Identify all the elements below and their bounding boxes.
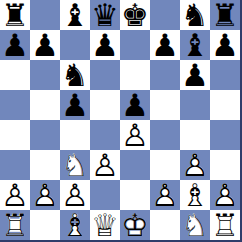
piece-glyph-layer: ♟ — [30, 30, 60, 60]
piece-glyph-layer: ♛ — [90, 0, 120, 30]
square-a6[interactable] — [0, 60, 30, 90]
square-d8[interactable]: ♛ — [90, 0, 120, 30]
piece-outline-layer: ♗ — [180, 180, 210, 210]
piece-white-pawn[interactable]: ♟♙ — [120, 120, 150, 150]
square-a5[interactable] — [0, 90, 30, 120]
piece-outline-layer: ♗ — [60, 210, 90, 240]
square-e3[interactable] — [120, 150, 150, 180]
piece-glyph-layer: ♚ — [120, 0, 150, 30]
square-b7[interactable]: ♟ — [30, 30, 60, 60]
piece-glyph-layer: ♟ — [150, 30, 180, 60]
square-b6[interactable] — [30, 60, 60, 90]
square-h7[interactable]: ♟ — [210, 30, 240, 60]
square-g6[interactable]: ♟ — [180, 60, 210, 90]
square-e8[interactable]: ♚ — [120, 0, 150, 30]
piece-black-bishop[interactable]: ♝ — [60, 0, 90, 30]
piece-glyph-layer: ♝ — [60, 0, 90, 30]
square-h4[interactable] — [210, 120, 240, 150]
square-e7[interactable] — [120, 30, 150, 60]
piece-glyph-layer: ♞ — [180, 0, 210, 30]
square-h5[interactable] — [210, 90, 240, 120]
chess-board: ♜♝♛♚♞♜♟♟♟♟♝♟♞♟♟♟♟♙♞♘♟♙♟♙♟♙♟♙♟♙♟♙♝♗♟♙♜♖♝♗… — [0, 0, 242, 242]
piece-white-rook[interactable]: ♜♖ — [0, 210, 30, 240]
piece-outline-layer: ♔ — [120, 210, 150, 240]
square-f2[interactable]: ♟♙ — [150, 180, 180, 210]
piece-black-pawn[interactable]: ♟ — [180, 60, 210, 90]
square-c2[interactable]: ♟♙ — [60, 180, 90, 210]
square-f6[interactable] — [150, 60, 180, 90]
square-h6[interactable] — [210, 60, 240, 90]
square-h3[interactable] — [210, 150, 240, 180]
square-f7[interactable]: ♟ — [150, 30, 180, 60]
square-d3[interactable]: ♟♙ — [90, 150, 120, 180]
piece-white-queen[interactable]: ♛♕ — [90, 210, 120, 240]
square-c8[interactable]: ♝ — [60, 0, 90, 30]
piece-outline-layer: ♙ — [120, 120, 150, 150]
piece-white-king[interactable]: ♚♔ — [120, 210, 150, 240]
piece-outline-layer: ♙ — [180, 150, 210, 180]
piece-black-knight[interactable]: ♞ — [180, 0, 210, 30]
piece-white-pawn[interactable]: ♟♙ — [60, 180, 90, 210]
piece-white-knight[interactable]: ♞♘ — [180, 210, 210, 240]
piece-black-bishop[interactable]: ♝ — [180, 30, 210, 60]
square-a3[interactable] — [0, 150, 30, 180]
square-c7[interactable] — [60, 30, 90, 60]
piece-black-king[interactable]: ♚ — [120, 0, 150, 30]
piece-white-pawn[interactable]: ♟♙ — [150, 180, 180, 210]
piece-outline-layer: ♕ — [90, 210, 120, 240]
piece-black-pawn[interactable]: ♟ — [60, 90, 90, 120]
piece-outline-layer: ♙ — [150, 180, 180, 210]
square-d7[interactable]: ♟ — [90, 30, 120, 60]
square-f4[interactable] — [150, 120, 180, 150]
square-e4[interactable]: ♟♙ — [120, 120, 150, 150]
square-e1[interactable]: ♚♔ — [120, 210, 150, 240]
square-h2[interactable]: ♟♙ — [210, 180, 240, 210]
piece-black-rook[interactable]: ♜ — [210, 0, 240, 30]
square-c4[interactable] — [60, 120, 90, 150]
piece-white-bishop[interactable]: ♝♗ — [60, 210, 90, 240]
square-e6[interactable] — [120, 60, 150, 90]
square-g1[interactable]: ♞♘ — [180, 210, 210, 240]
square-d4[interactable] — [90, 120, 120, 150]
square-e2[interactable] — [120, 180, 150, 210]
piece-outline-layer: ♘ — [180, 210, 210, 240]
square-d1[interactable]: ♛♕ — [90, 210, 120, 240]
piece-white-knight[interactable]: ♞♘ — [60, 150, 90, 180]
piece-black-pawn[interactable]: ♟ — [120, 90, 150, 120]
piece-white-pawn[interactable]: ♟♙ — [0, 180, 30, 210]
square-h8[interactable]: ♜ — [210, 0, 240, 30]
piece-outline-layer: ♙ — [90, 150, 120, 180]
piece-glyph-layer: ♜ — [0, 0, 30, 30]
piece-black-knight[interactable]: ♞ — [60, 60, 90, 90]
square-b4[interactable] — [30, 120, 60, 150]
square-h1[interactable]: ♜♖ — [210, 210, 240, 240]
square-b5[interactable] — [30, 90, 60, 120]
piece-white-bishop[interactable]: ♝♗ — [180, 180, 210, 210]
square-d5[interactable] — [90, 90, 120, 120]
piece-glyph-layer: ♟ — [60, 90, 90, 120]
square-g5[interactable] — [180, 90, 210, 120]
piece-white-pawn[interactable]: ♟♙ — [210, 180, 240, 210]
piece-glyph-layer: ♟ — [180, 60, 210, 90]
piece-glyph-layer: ♜ — [210, 0, 240, 30]
piece-outline-layer: ♖ — [210, 210, 240, 240]
piece-white-rook[interactable]: ♜♖ — [210, 210, 240, 240]
square-g8[interactable]: ♞ — [180, 0, 210, 30]
square-a1[interactable]: ♜♖ — [0, 210, 30, 240]
square-a2[interactable]: ♟♙ — [0, 180, 30, 210]
square-c3[interactable]: ♞♘ — [60, 150, 90, 180]
piece-outline-layer: ♙ — [30, 180, 60, 210]
square-b3[interactable] — [30, 150, 60, 180]
piece-black-pawn[interactable]: ♟ — [0, 30, 30, 60]
square-a8[interactable]: ♜ — [0, 0, 30, 30]
piece-glyph-layer: ♝ — [180, 30, 210, 60]
piece-black-pawn[interactable]: ♟ — [150, 30, 180, 60]
piece-outline-layer: ♖ — [0, 210, 30, 240]
piece-glyph-layer: ♟ — [90, 30, 120, 60]
square-b8[interactable] — [30, 0, 60, 30]
piece-glyph-layer: ♟ — [120, 90, 150, 120]
square-g3[interactable]: ♟♙ — [180, 150, 210, 180]
piece-black-rook[interactable]: ♜ — [0, 0, 30, 30]
piece-black-pawn[interactable]: ♟ — [90, 30, 120, 60]
square-b1[interactable] — [30, 210, 60, 240]
square-f1[interactable] — [150, 210, 180, 240]
piece-outline-layer: ♙ — [60, 180, 90, 210]
square-a4[interactable] — [0, 120, 30, 150]
square-f3[interactable] — [150, 150, 180, 180]
square-g7[interactable]: ♝ — [180, 30, 210, 60]
piece-white-pawn[interactable]: ♟♙ — [30, 180, 60, 210]
square-c1[interactable]: ♝♗ — [60, 210, 90, 240]
square-g4[interactable] — [180, 120, 210, 150]
square-b2[interactable]: ♟♙ — [30, 180, 60, 210]
square-c6[interactable]: ♞ — [60, 60, 90, 90]
square-d2[interactable] — [90, 180, 120, 210]
square-d6[interactable] — [90, 60, 120, 90]
piece-outline-layer: ♘ — [60, 150, 90, 180]
square-f5[interactable] — [150, 90, 180, 120]
piece-white-pawn[interactable]: ♟♙ — [90, 150, 120, 180]
piece-glyph-layer: ♟ — [0, 30, 30, 60]
square-a7[interactable]: ♟ — [0, 30, 30, 60]
piece-black-pawn[interactable]: ♟ — [30, 30, 60, 60]
square-e5[interactable]: ♟ — [120, 90, 150, 120]
piece-white-pawn[interactable]: ♟♙ — [180, 150, 210, 180]
piece-glyph-layer: ♞ — [60, 60, 90, 90]
square-g2[interactable]: ♝♗ — [180, 180, 210, 210]
square-c5[interactable]: ♟ — [60, 90, 90, 120]
piece-black-queen[interactable]: ♛ — [90, 0, 120, 30]
piece-glyph-layer: ♟ — [210, 30, 240, 60]
piece-black-pawn[interactable]: ♟ — [210, 30, 240, 60]
piece-outline-layer: ♙ — [0, 180, 30, 210]
piece-outline-layer: ♙ — [210, 180, 240, 210]
square-f8[interactable] — [150, 0, 180, 30]
